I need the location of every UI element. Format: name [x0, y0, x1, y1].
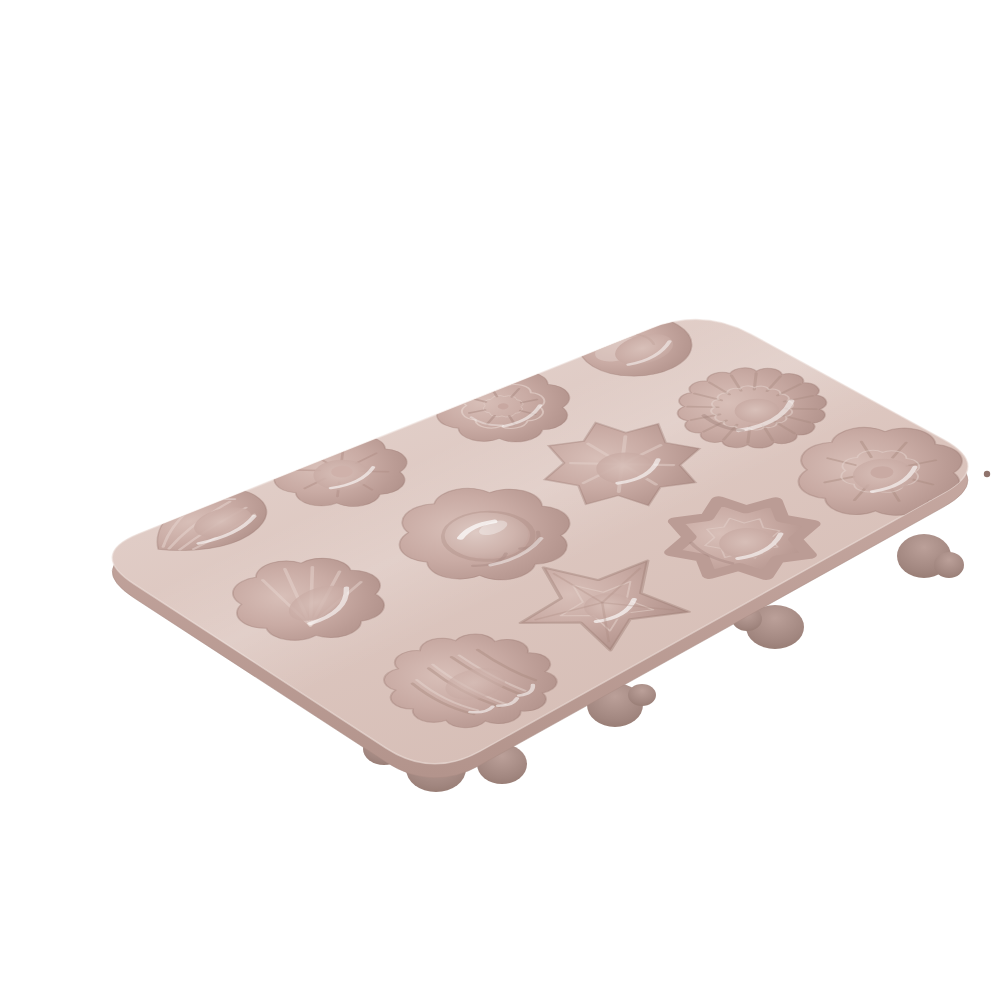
- hanging-hole: [984, 471, 990, 477]
- mold-foot: [628, 684, 656, 706]
- product-photo-svg: [40, 16, 1000, 1000]
- product-photo: 12-cavity pink silicone baking mold with…: [40, 16, 1000, 1000]
- mold-foot: [934, 552, 964, 578]
